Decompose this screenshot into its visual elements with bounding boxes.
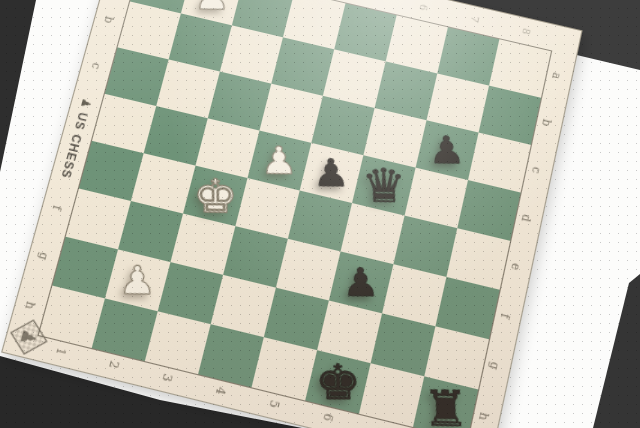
board-wrap: 12345678 12345678 abcdefgh abcdefgh ♟♟♟♟…: [1, 0, 583, 428]
piece-bK-h6[interactable]: ♚: [314, 357, 361, 407]
us-chess-pawn-icon: ♟: [79, 97, 93, 109]
piece-wP-a2[interactable]: ♟: [194, 0, 230, 15]
piece-bQ-d6[interactable]: ♛: [361, 162, 407, 209]
piece-bR-h8[interactable]: ♜: [422, 383, 470, 428]
chess-board: 12345678 12345678 abcdefgh abcdefgh ♟♟♟♟…: [1, 0, 583, 428]
piece-wP-g2[interactable]: ♟: [119, 260, 157, 300]
piece-bP-d5[interactable]: ♟: [313, 154, 351, 193]
piece-wK-e3[interactable]: ♚: [193, 172, 238, 219]
piece-bP-f6[interactable]: ♟: [342, 262, 380, 302]
piece-wP-d4[interactable]: ♟: [261, 141, 298, 179]
piece-bP-c7[interactable]: ♟: [428, 131, 466, 169]
photo-backdrop: 12345678 12345678 abcdefgh abcdefgh ♟♟♟♟…: [0, 0, 640, 428]
